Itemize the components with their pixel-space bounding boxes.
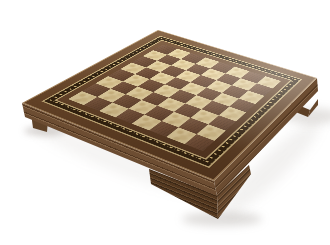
product-photo-scene	[0, 0, 330, 245]
shadow-front-foot	[182, 212, 262, 226]
chessboard-top-face	[22, 30, 317, 181]
